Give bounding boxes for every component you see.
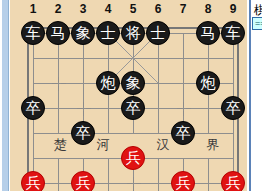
move-list-selected-item[interactable]: == xyxy=(252,17,262,30)
piece-red-soldier[interactable]: 兵 xyxy=(71,171,95,191)
piece-black-elephant[interactable]: 象 xyxy=(71,21,95,45)
piece-black-chariot[interactable]: 车 xyxy=(221,21,245,45)
piece-black-advisor[interactable]: 士 xyxy=(96,21,120,45)
piece-black-soldier[interactable]: 卒 xyxy=(221,96,245,120)
piece-black-horse[interactable]: 马 xyxy=(196,21,220,45)
piece-black-soldier[interactable]: 卒 xyxy=(21,96,45,120)
piece-black-soldier[interactable]: 卒 xyxy=(121,96,145,120)
xiangqi-app-window: 123456789 楚河汉界 车马象士将士马车炮象炮卒卒卒卒卒兵兵兵兵兵 棋 =… xyxy=(0,0,262,191)
river-char: 河 xyxy=(96,138,110,152)
piece-black-general[interactable]: 将 xyxy=(121,21,145,45)
piece-black-soldier[interactable]: 卒 xyxy=(171,121,195,145)
piece-black-elephant[interactable]: 象 xyxy=(121,71,145,95)
piece-black-advisor[interactable]: 士 xyxy=(146,21,170,45)
river-char: 界 xyxy=(206,138,220,152)
column-label-4: 4 xyxy=(101,3,115,16)
piece-red-soldier[interactable]: 兵 xyxy=(171,171,195,191)
river-char: 楚 xyxy=(53,138,67,152)
piece-black-cannon[interactable]: 炮 xyxy=(196,71,220,95)
piece-black-chariot[interactable]: 车 xyxy=(21,21,45,45)
piece-red-soldier[interactable]: 兵 xyxy=(121,146,145,170)
column-label-5: 5 xyxy=(126,3,140,16)
column-label-2: 2 xyxy=(51,3,65,16)
piece-black-cannon[interactable]: 炮 xyxy=(96,71,120,95)
piece-black-soldier[interactable]: 卒 xyxy=(71,121,95,145)
river-char: 汉 xyxy=(156,138,170,152)
column-label-8: 8 xyxy=(201,3,215,16)
piece-red-soldier[interactable]: 兵 xyxy=(221,171,245,191)
piece-black-horse[interactable]: 马 xyxy=(46,21,70,45)
column-label-9: 9 xyxy=(226,3,240,16)
column-label-1: 1 xyxy=(26,3,40,16)
column-label-3: 3 xyxy=(76,3,90,16)
move-list-panel: 棋 == xyxy=(248,0,262,191)
piece-red-soldier[interactable]: 兵 xyxy=(21,171,45,191)
column-label-6: 6 xyxy=(151,3,165,16)
column-label-7: 7 xyxy=(176,3,190,16)
panel-divider xyxy=(249,0,251,191)
